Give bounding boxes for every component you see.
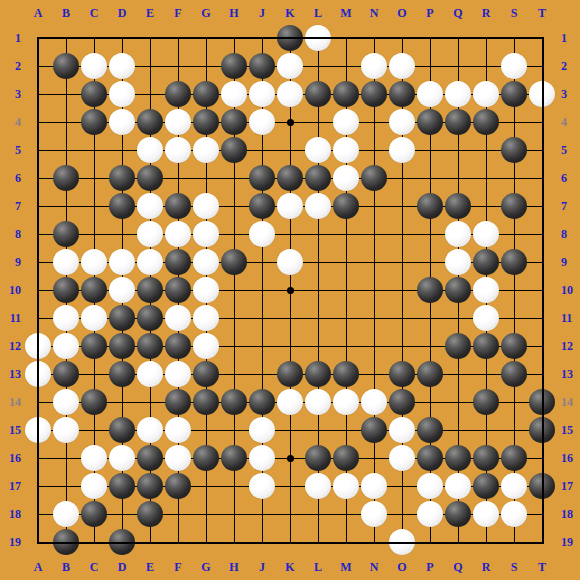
cell-T8[interactable] <box>528 220 556 248</box>
cell-G10[interactable] <box>192 276 220 304</box>
cell-C16[interactable] <box>80 444 108 472</box>
cell-L4[interactable] <box>304 108 332 136</box>
cell-K13[interactable] <box>276 360 304 388</box>
cell-B10[interactable] <box>52 276 80 304</box>
cell-M2[interactable] <box>332 52 360 80</box>
cell-H1[interactable] <box>220 24 248 52</box>
cell-P12[interactable] <box>416 332 444 360</box>
cell-T13[interactable] <box>528 360 556 388</box>
cell-S10[interactable] <box>500 276 528 304</box>
cell-M14[interactable] <box>332 388 360 416</box>
cell-G4[interactable] <box>192 108 220 136</box>
cell-R18[interactable] <box>472 500 500 528</box>
cell-S8[interactable] <box>500 220 528 248</box>
cell-Q6[interactable] <box>444 164 472 192</box>
cell-K14[interactable] <box>276 388 304 416</box>
cell-G14[interactable] <box>192 388 220 416</box>
cell-D6[interactable] <box>108 164 136 192</box>
cell-T4[interactable] <box>528 108 556 136</box>
cell-F13[interactable] <box>164 360 192 388</box>
cell-R16[interactable] <box>472 444 500 472</box>
cell-N7[interactable] <box>360 192 388 220</box>
cell-E2[interactable] <box>136 52 164 80</box>
cell-T10[interactable] <box>528 276 556 304</box>
cell-J2[interactable] <box>248 52 276 80</box>
cell-D8[interactable] <box>108 220 136 248</box>
cell-L16[interactable] <box>304 444 332 472</box>
cell-K10[interactable] <box>276 276 304 304</box>
cell-T19[interactable] <box>528 528 556 556</box>
cell-H6[interactable] <box>220 164 248 192</box>
cell-B1[interactable] <box>52 24 80 52</box>
cell-R12[interactable] <box>472 332 500 360</box>
cell-S5[interactable] <box>500 136 528 164</box>
cell-O10[interactable] <box>388 276 416 304</box>
cell-S1[interactable] <box>500 24 528 52</box>
cell-C10[interactable] <box>80 276 108 304</box>
cell-G9[interactable] <box>192 248 220 276</box>
cell-E5[interactable] <box>136 136 164 164</box>
cell-J4[interactable] <box>248 108 276 136</box>
cell-F10[interactable] <box>164 276 192 304</box>
cell-N17[interactable] <box>360 472 388 500</box>
cell-C8[interactable] <box>80 220 108 248</box>
cell-D10[interactable] <box>108 276 136 304</box>
cell-N13[interactable] <box>360 360 388 388</box>
cell-L3[interactable] <box>304 80 332 108</box>
cell-S7[interactable] <box>500 192 528 220</box>
cell-G7[interactable] <box>192 192 220 220</box>
cell-T15[interactable] <box>528 416 556 444</box>
cell-F6[interactable] <box>164 164 192 192</box>
cell-S2[interactable] <box>500 52 528 80</box>
cell-J6[interactable] <box>248 164 276 192</box>
cell-D9[interactable] <box>108 248 136 276</box>
cell-M10[interactable] <box>332 276 360 304</box>
cell-F17[interactable] <box>164 472 192 500</box>
cell-B11[interactable] <box>52 304 80 332</box>
cell-A11[interactable] <box>24 304 52 332</box>
cell-K11[interactable] <box>276 304 304 332</box>
cell-B2[interactable] <box>52 52 80 80</box>
cell-F7[interactable] <box>164 192 192 220</box>
cell-J19[interactable] <box>248 528 276 556</box>
cell-C5[interactable] <box>80 136 108 164</box>
cell-O13[interactable] <box>388 360 416 388</box>
cell-E12[interactable] <box>136 332 164 360</box>
cell-N18[interactable] <box>360 500 388 528</box>
cell-D16[interactable] <box>108 444 136 472</box>
cell-A5[interactable] <box>24 136 52 164</box>
cell-A18[interactable] <box>24 500 52 528</box>
cell-G5[interactable] <box>192 136 220 164</box>
cell-T7[interactable] <box>528 192 556 220</box>
cell-O19[interactable] <box>388 528 416 556</box>
cell-M17[interactable] <box>332 472 360 500</box>
cell-E19[interactable] <box>136 528 164 556</box>
cell-J7[interactable] <box>248 192 276 220</box>
cell-B19[interactable] <box>52 528 80 556</box>
cell-D19[interactable] <box>108 528 136 556</box>
cell-B3[interactable] <box>52 80 80 108</box>
cell-Q19[interactable] <box>444 528 472 556</box>
cell-Q3[interactable] <box>444 80 472 108</box>
cell-B12[interactable] <box>52 332 80 360</box>
cell-L19[interactable] <box>304 528 332 556</box>
cell-K18[interactable] <box>276 500 304 528</box>
cell-S4[interactable] <box>500 108 528 136</box>
cell-F4[interactable] <box>164 108 192 136</box>
cell-E15[interactable] <box>136 416 164 444</box>
cell-D13[interactable] <box>108 360 136 388</box>
cell-F2[interactable] <box>164 52 192 80</box>
cell-O5[interactable] <box>388 136 416 164</box>
cell-S19[interactable] <box>500 528 528 556</box>
cell-O3[interactable] <box>388 80 416 108</box>
cell-A8[interactable] <box>24 220 52 248</box>
cell-B17[interactable] <box>52 472 80 500</box>
cell-F19[interactable] <box>164 528 192 556</box>
cell-N10[interactable] <box>360 276 388 304</box>
cell-H9[interactable] <box>220 248 248 276</box>
cell-H14[interactable] <box>220 388 248 416</box>
cell-K12[interactable] <box>276 332 304 360</box>
cell-O16[interactable] <box>388 444 416 472</box>
cell-A12[interactable] <box>24 332 52 360</box>
cell-N8[interactable] <box>360 220 388 248</box>
cell-C11[interactable] <box>80 304 108 332</box>
cell-L13[interactable] <box>304 360 332 388</box>
cell-A17[interactable] <box>24 472 52 500</box>
cell-A10[interactable] <box>24 276 52 304</box>
cell-T3[interactable] <box>528 80 556 108</box>
cell-D11[interactable] <box>108 304 136 332</box>
cell-T11[interactable] <box>528 304 556 332</box>
cell-R15[interactable] <box>472 416 500 444</box>
cell-B18[interactable] <box>52 500 80 528</box>
cell-M11[interactable] <box>332 304 360 332</box>
cell-J16[interactable] <box>248 444 276 472</box>
cell-A3[interactable] <box>24 80 52 108</box>
cell-M4[interactable] <box>332 108 360 136</box>
cell-C1[interactable] <box>80 24 108 52</box>
cell-E4[interactable] <box>136 108 164 136</box>
cell-L8[interactable] <box>304 220 332 248</box>
cell-P9[interactable] <box>416 248 444 276</box>
cell-Q2[interactable] <box>444 52 472 80</box>
cell-D1[interactable] <box>108 24 136 52</box>
cell-P14[interactable] <box>416 388 444 416</box>
cell-M9[interactable] <box>332 248 360 276</box>
cell-B13[interactable] <box>52 360 80 388</box>
cell-K15[interactable] <box>276 416 304 444</box>
cell-C19[interactable] <box>80 528 108 556</box>
cell-Q16[interactable] <box>444 444 472 472</box>
cell-C12[interactable] <box>80 332 108 360</box>
cell-G13[interactable] <box>192 360 220 388</box>
cell-E17[interactable] <box>136 472 164 500</box>
cell-L7[interactable] <box>304 192 332 220</box>
cell-B4[interactable] <box>52 108 80 136</box>
cell-G17[interactable] <box>192 472 220 500</box>
cell-B8[interactable] <box>52 220 80 248</box>
cell-O17[interactable] <box>388 472 416 500</box>
cell-L12[interactable] <box>304 332 332 360</box>
cell-R5[interactable] <box>472 136 500 164</box>
cell-M15[interactable] <box>332 416 360 444</box>
cell-R14[interactable] <box>472 388 500 416</box>
cell-R9[interactable] <box>472 248 500 276</box>
cell-L6[interactable] <box>304 164 332 192</box>
cell-N16[interactable] <box>360 444 388 472</box>
cell-G3[interactable] <box>192 80 220 108</box>
cell-D17[interactable] <box>108 472 136 500</box>
cell-K3[interactable] <box>276 80 304 108</box>
cell-P3[interactable] <box>416 80 444 108</box>
cell-H5[interactable] <box>220 136 248 164</box>
cell-Q1[interactable] <box>444 24 472 52</box>
cell-N15[interactable] <box>360 416 388 444</box>
cell-G15[interactable] <box>192 416 220 444</box>
cell-J12[interactable] <box>248 332 276 360</box>
cell-P2[interactable] <box>416 52 444 80</box>
cell-E16[interactable] <box>136 444 164 472</box>
cell-P17[interactable] <box>416 472 444 500</box>
cell-H17[interactable] <box>220 472 248 500</box>
cell-F5[interactable] <box>164 136 192 164</box>
cell-G2[interactable] <box>192 52 220 80</box>
cell-L9[interactable] <box>304 248 332 276</box>
cell-O4[interactable] <box>388 108 416 136</box>
cell-T14[interactable] <box>528 388 556 416</box>
cell-S13[interactable] <box>500 360 528 388</box>
cell-H18[interactable] <box>220 500 248 528</box>
cell-S6[interactable] <box>500 164 528 192</box>
cell-D4[interactable] <box>108 108 136 136</box>
cell-P6[interactable] <box>416 164 444 192</box>
cell-C9[interactable] <box>80 248 108 276</box>
cell-L10[interactable] <box>304 276 332 304</box>
cell-C3[interactable] <box>80 80 108 108</box>
cell-Q8[interactable] <box>444 220 472 248</box>
cell-M1[interactable] <box>332 24 360 52</box>
cell-B7[interactable] <box>52 192 80 220</box>
cell-R1[interactable] <box>472 24 500 52</box>
cell-F11[interactable] <box>164 304 192 332</box>
cell-N11[interactable] <box>360 304 388 332</box>
cell-F15[interactable] <box>164 416 192 444</box>
cell-G11[interactable] <box>192 304 220 332</box>
cell-C18[interactable] <box>80 500 108 528</box>
cell-O9[interactable] <box>388 248 416 276</box>
cell-O12[interactable] <box>388 332 416 360</box>
cell-K16[interactable] <box>276 444 304 472</box>
cell-P8[interactable] <box>416 220 444 248</box>
cell-Q11[interactable] <box>444 304 472 332</box>
cell-K7[interactable] <box>276 192 304 220</box>
cell-G16[interactable] <box>192 444 220 472</box>
cell-J8[interactable] <box>248 220 276 248</box>
cell-M18[interactable] <box>332 500 360 528</box>
cell-G18[interactable] <box>192 500 220 528</box>
cell-B6[interactable] <box>52 164 80 192</box>
cell-G12[interactable] <box>192 332 220 360</box>
cell-H3[interactable] <box>220 80 248 108</box>
cell-E14[interactable] <box>136 388 164 416</box>
cell-S18[interactable] <box>500 500 528 528</box>
cell-C13[interactable] <box>80 360 108 388</box>
cell-O15[interactable] <box>388 416 416 444</box>
cell-J14[interactable] <box>248 388 276 416</box>
cell-R4[interactable] <box>472 108 500 136</box>
cell-Q10[interactable] <box>444 276 472 304</box>
cell-P13[interactable] <box>416 360 444 388</box>
cell-A13[interactable] <box>24 360 52 388</box>
cell-M16[interactable] <box>332 444 360 472</box>
cell-P4[interactable] <box>416 108 444 136</box>
cell-F18[interactable] <box>164 500 192 528</box>
cell-S17[interactable] <box>500 472 528 500</box>
cell-D15[interactable] <box>108 416 136 444</box>
cell-H10[interactable] <box>220 276 248 304</box>
cell-R19[interactable] <box>472 528 500 556</box>
cell-N14[interactable] <box>360 388 388 416</box>
cell-H15[interactable] <box>220 416 248 444</box>
cell-N1[interactable] <box>360 24 388 52</box>
cell-T6[interactable] <box>528 164 556 192</box>
cell-C7[interactable] <box>80 192 108 220</box>
cell-A15[interactable] <box>24 416 52 444</box>
cell-N12[interactable] <box>360 332 388 360</box>
cell-T5[interactable] <box>528 136 556 164</box>
cell-E6[interactable] <box>136 164 164 192</box>
cell-F9[interactable] <box>164 248 192 276</box>
cell-R17[interactable] <box>472 472 500 500</box>
cell-L17[interactable] <box>304 472 332 500</box>
cell-J17[interactable] <box>248 472 276 500</box>
cell-H13[interactable] <box>220 360 248 388</box>
cell-R13[interactable] <box>472 360 500 388</box>
cell-M3[interactable] <box>332 80 360 108</box>
cell-H11[interactable] <box>220 304 248 332</box>
cell-O11[interactable] <box>388 304 416 332</box>
cell-M8[interactable] <box>332 220 360 248</box>
cell-E9[interactable] <box>136 248 164 276</box>
cell-B9[interactable] <box>52 248 80 276</box>
cell-T12[interactable] <box>528 332 556 360</box>
cell-K17[interactable] <box>276 472 304 500</box>
cell-H19[interactable] <box>220 528 248 556</box>
cell-D5[interactable] <box>108 136 136 164</box>
cell-S9[interactable] <box>500 248 528 276</box>
cell-A9[interactable] <box>24 248 52 276</box>
cell-K2[interactable] <box>276 52 304 80</box>
cell-E7[interactable] <box>136 192 164 220</box>
cell-P16[interactable] <box>416 444 444 472</box>
cell-Q17[interactable] <box>444 472 472 500</box>
cell-L15[interactable] <box>304 416 332 444</box>
cell-K19[interactable] <box>276 528 304 556</box>
cell-J15[interactable] <box>248 416 276 444</box>
cell-Q9[interactable] <box>444 248 472 276</box>
cell-R8[interactable] <box>472 220 500 248</box>
cell-N19[interactable] <box>360 528 388 556</box>
cell-T16[interactable] <box>528 444 556 472</box>
cell-S11[interactable] <box>500 304 528 332</box>
cell-L1[interactable] <box>304 24 332 52</box>
cell-M13[interactable] <box>332 360 360 388</box>
cell-J1[interactable] <box>248 24 276 52</box>
cell-G6[interactable] <box>192 164 220 192</box>
cell-J5[interactable] <box>248 136 276 164</box>
cell-P11[interactable] <box>416 304 444 332</box>
cell-J3[interactable] <box>248 80 276 108</box>
cell-A14[interactable] <box>24 388 52 416</box>
cell-R7[interactable] <box>472 192 500 220</box>
cell-B15[interactable] <box>52 416 80 444</box>
cell-H12[interactable] <box>220 332 248 360</box>
cell-R3[interactable] <box>472 80 500 108</box>
cell-S3[interactable] <box>500 80 528 108</box>
cell-Q7[interactable] <box>444 192 472 220</box>
cell-H7[interactable] <box>220 192 248 220</box>
cell-A16[interactable] <box>24 444 52 472</box>
cell-N6[interactable] <box>360 164 388 192</box>
cell-G19[interactable] <box>192 528 220 556</box>
cell-L14[interactable] <box>304 388 332 416</box>
cell-M12[interactable] <box>332 332 360 360</box>
cell-F14[interactable] <box>164 388 192 416</box>
cell-F1[interactable] <box>164 24 192 52</box>
cell-S14[interactable] <box>500 388 528 416</box>
cell-K1[interactable] <box>276 24 304 52</box>
cell-O7[interactable] <box>388 192 416 220</box>
cell-O14[interactable] <box>388 388 416 416</box>
cell-E11[interactable] <box>136 304 164 332</box>
cell-J18[interactable] <box>248 500 276 528</box>
cell-D2[interactable] <box>108 52 136 80</box>
cell-L11[interactable] <box>304 304 332 332</box>
cell-O18[interactable] <box>388 500 416 528</box>
cell-B5[interactable] <box>52 136 80 164</box>
cell-K4[interactable] <box>276 108 304 136</box>
cell-P7[interactable] <box>416 192 444 220</box>
cell-J10[interactable] <box>248 276 276 304</box>
cell-J9[interactable] <box>248 248 276 276</box>
cell-H16[interactable] <box>220 444 248 472</box>
cell-K6[interactable] <box>276 164 304 192</box>
cell-H2[interactable] <box>220 52 248 80</box>
cell-M5[interactable] <box>332 136 360 164</box>
cell-Q18[interactable] <box>444 500 472 528</box>
cell-A1[interactable] <box>24 24 52 52</box>
cell-N4[interactable] <box>360 108 388 136</box>
cell-R10[interactable] <box>472 276 500 304</box>
cell-P5[interactable] <box>416 136 444 164</box>
cell-E10[interactable] <box>136 276 164 304</box>
cell-R6[interactable] <box>472 164 500 192</box>
cell-O1[interactable] <box>388 24 416 52</box>
cell-L18[interactable] <box>304 500 332 528</box>
cell-K8[interactable] <box>276 220 304 248</box>
cell-T1[interactable] <box>528 24 556 52</box>
cell-O6[interactable] <box>388 164 416 192</box>
cell-P19[interactable] <box>416 528 444 556</box>
cell-G1[interactable] <box>192 24 220 52</box>
cell-Q13[interactable] <box>444 360 472 388</box>
cell-A7[interactable] <box>24 192 52 220</box>
cell-A2[interactable] <box>24 52 52 80</box>
